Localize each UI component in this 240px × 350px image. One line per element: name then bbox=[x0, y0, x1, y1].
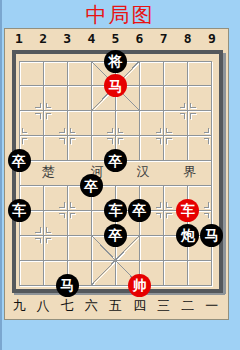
file-label-bottom: 六 bbox=[85, 297, 98, 315]
file-label-top: 7 bbox=[160, 31, 168, 46]
file-label-bottom: 一 bbox=[205, 297, 218, 315]
file-label-top: 3 bbox=[63, 31, 71, 46]
file-label-top: 2 bbox=[39, 31, 47, 46]
xiangqi-board: 123456789 九八七六五四三二一 楚河汉界 将马卒卒卒车车卒车卒炮马马帅 bbox=[4, 28, 229, 320]
piece-black-卒[interactable]: 卒 bbox=[8, 149, 31, 172]
river-label: 界 bbox=[184, 163, 197, 181]
page: 中局图 123456789 九八七六五四三二一 楚河汉界 将马卒卒卒车车卒车卒炮… bbox=[0, 0, 240, 350]
piece-black-炮[interactable]: 炮 bbox=[176, 224, 199, 247]
river-label: 汉 bbox=[137, 163, 150, 181]
piece-black-卒[interactable]: 卒 bbox=[104, 224, 127, 247]
file-label-bottom: 七 bbox=[61, 297, 74, 315]
file-label-bottom: 五 bbox=[109, 297, 122, 315]
piece-black-卒[interactable]: 卒 bbox=[128, 199, 151, 222]
file-label-top: 5 bbox=[111, 31, 119, 46]
file-label-top: 8 bbox=[184, 31, 192, 46]
piece-black-马[interactable]: 马 bbox=[200, 224, 223, 247]
river-label: 楚 bbox=[42, 163, 55, 181]
file-label-top: 4 bbox=[87, 31, 95, 46]
file-label-bottom: 八 bbox=[37, 297, 50, 315]
file-label-bottom: 九 bbox=[13, 297, 26, 315]
file-label-bottom: 二 bbox=[181, 297, 194, 315]
file-label-top: 9 bbox=[208, 31, 216, 46]
piece-black-车[interactable]: 车 bbox=[8, 199, 31, 222]
piece-black-卒[interactable]: 卒 bbox=[104, 149, 127, 172]
piece-black-卒[interactable]: 卒 bbox=[80, 174, 103, 197]
file-label-bottom: 四 bbox=[133, 297, 146, 315]
file-label-bottom: 三 bbox=[157, 297, 170, 315]
piece-black-将[interactable]: 将 bbox=[104, 50, 127, 73]
file-label-top: 6 bbox=[136, 31, 144, 46]
piece-red-车[interactable]: 车 bbox=[176, 199, 199, 222]
piece-red-帅[interactable]: 帅 bbox=[128, 274, 151, 297]
page-title: 中局图 bbox=[0, 1, 240, 29]
file-label-top: 1 bbox=[15, 31, 23, 46]
piece-black-车[interactable]: 车 bbox=[104, 199, 127, 222]
window-edge bbox=[0, 0, 2, 350]
piece-black-马[interactable]: 马 bbox=[56, 274, 79, 297]
